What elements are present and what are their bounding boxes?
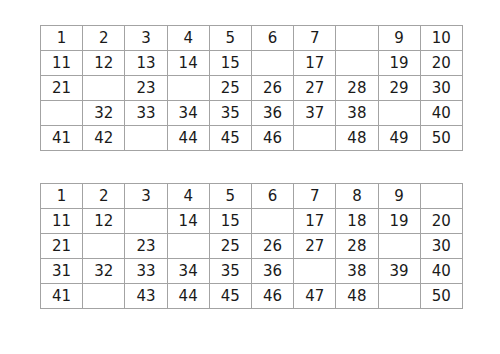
grid2-cell-r3c9[interactable] bbox=[379, 234, 421, 259]
grid1-cell-r5c3[interactable] bbox=[125, 126, 167, 151]
grid1-cell-r1c10: 10 bbox=[421, 26, 463, 51]
grid1-cell-r5c6: 46 bbox=[252, 126, 294, 151]
grid1-cell-r1c2: 2 bbox=[83, 26, 125, 51]
number-grid-1: 1234567910111213141517192021232526272829… bbox=[40, 25, 463, 151]
grid2-cell-r4c7[interactable] bbox=[294, 259, 336, 284]
worksheet-page: 1234567910111213141517192021232526272829… bbox=[0, 0, 500, 354]
grid1-cell-r1c9: 9 bbox=[379, 26, 421, 51]
grid1-cell-r2c10: 20 bbox=[421, 51, 463, 76]
grid2-cell-r2c2: 12 bbox=[83, 209, 125, 234]
grid2-cell-r1c3: 3 bbox=[125, 184, 167, 209]
number-grid-2: 1234567891112141517181920212325262728303… bbox=[40, 183, 463, 309]
grid2-cell-r1c2: 2 bbox=[83, 184, 125, 209]
grid2-cell-r2c8: 18 bbox=[336, 209, 378, 234]
grid2-cell-r5c6: 46 bbox=[252, 284, 294, 309]
grid1-cell-r3c9: 29 bbox=[379, 76, 421, 101]
grid1-cell-r3c2[interactable] bbox=[83, 76, 125, 101]
grid1-cell-r5c5: 45 bbox=[210, 126, 252, 151]
grid2-cell-r2c4: 14 bbox=[168, 209, 210, 234]
grid1-cell-r5c4: 44 bbox=[168, 126, 210, 151]
grid1-cell-r5c9: 49 bbox=[379, 126, 421, 151]
grid1-cell-r4c8: 38 bbox=[336, 101, 378, 126]
grid2-cell-r3c7: 27 bbox=[294, 234, 336, 259]
grid2-cell-r5c4: 44 bbox=[168, 284, 210, 309]
grid2-cell-r3c5: 25 bbox=[210, 234, 252, 259]
grid2-cell-r5c5: 45 bbox=[210, 284, 252, 309]
grid1-cell-r1c6: 6 bbox=[252, 26, 294, 51]
grid2-cell-r3c6: 26 bbox=[252, 234, 294, 259]
grid2-cell-r2c6[interactable] bbox=[252, 209, 294, 234]
grid1-cell-r3c8: 28 bbox=[336, 76, 378, 101]
grid2-cell-r5c10: 50 bbox=[421, 284, 463, 309]
grid1-cell-r2c6[interactable] bbox=[252, 51, 294, 76]
grid2-cell-r1c8: 8 bbox=[336, 184, 378, 209]
grid1-cell-r2c1: 11 bbox=[41, 51, 83, 76]
grid2-cell-r1c4: 4 bbox=[168, 184, 210, 209]
grid2-cell-r1c9: 9 bbox=[379, 184, 421, 209]
grid1-cell-r5c1: 41 bbox=[41, 126, 83, 151]
grid2-cell-r4c5: 35 bbox=[210, 259, 252, 284]
grid2-cell-r1c1: 1 bbox=[41, 184, 83, 209]
grid2-cell-r3c10: 30 bbox=[421, 234, 463, 259]
grid1-cell-r2c4: 14 bbox=[168, 51, 210, 76]
grid1-cell-r2c8[interactable] bbox=[336, 51, 378, 76]
grid1-cell-r1c4: 4 bbox=[168, 26, 210, 51]
grid1-cell-r5c10: 50 bbox=[421, 126, 463, 151]
grid1-cell-r4c4: 34 bbox=[168, 101, 210, 126]
grid2-cell-r2c3[interactable] bbox=[125, 209, 167, 234]
grid2-cell-r4c4: 34 bbox=[168, 259, 210, 284]
grid1-cell-r4c3: 33 bbox=[125, 101, 167, 126]
grid1-cell-r3c10: 30 bbox=[421, 76, 463, 101]
grid1-cell-r4c1[interactable] bbox=[41, 101, 83, 126]
grid1-cell-r1c5: 5 bbox=[210, 26, 252, 51]
grid1-cell-r2c9: 19 bbox=[379, 51, 421, 76]
grid2-cell-r4c9: 39 bbox=[379, 259, 421, 284]
grid2-cell-r4c3: 33 bbox=[125, 259, 167, 284]
grid2-cell-r5c9[interactable] bbox=[379, 284, 421, 309]
grid1-cell-r4c5: 35 bbox=[210, 101, 252, 126]
grid1-cell-r3c7: 27 bbox=[294, 76, 336, 101]
grid2-cell-r2c5: 15 bbox=[210, 209, 252, 234]
grid1-cell-r4c9[interactable] bbox=[379, 101, 421, 126]
grid1-cell-r1c1: 1 bbox=[41, 26, 83, 51]
grid1-cell-r1c7: 7 bbox=[294, 26, 336, 51]
grid1-cell-r2c7: 17 bbox=[294, 51, 336, 76]
grid1-cell-r3c5: 25 bbox=[210, 76, 252, 101]
grid2-cell-r1c6: 6 bbox=[252, 184, 294, 209]
grid2-cell-r2c10: 20 bbox=[421, 209, 463, 234]
grid1-cell-r3c3: 23 bbox=[125, 76, 167, 101]
grid1-cell-r5c8: 48 bbox=[336, 126, 378, 151]
grid2-cell-r4c6: 36 bbox=[252, 259, 294, 284]
grid2-cell-r3c2[interactable] bbox=[83, 234, 125, 259]
grid1-cell-r2c2: 12 bbox=[83, 51, 125, 76]
grid2-cell-r4c1: 31 bbox=[41, 259, 83, 284]
grid2-cell-r1c7: 7 bbox=[294, 184, 336, 209]
grid2-cell-r5c3: 43 bbox=[125, 284, 167, 309]
grid1-cell-r1c3: 3 bbox=[125, 26, 167, 51]
grid2-cell-r3c3: 23 bbox=[125, 234, 167, 259]
grid2-cell-r3c1: 21 bbox=[41, 234, 83, 259]
grid1-cell-r4c10: 40 bbox=[421, 101, 463, 126]
grid1-cell-r2c5: 15 bbox=[210, 51, 252, 76]
grid1-cell-r4c7: 37 bbox=[294, 101, 336, 126]
grid1-cell-r3c4[interactable] bbox=[168, 76, 210, 101]
grid1-cell-r4c6: 36 bbox=[252, 101, 294, 126]
grid2-cell-r5c7: 47 bbox=[294, 284, 336, 309]
grid2-cell-r4c2: 32 bbox=[83, 259, 125, 284]
grid1-cell-r4c2: 32 bbox=[83, 101, 125, 126]
grid2-cell-r3c4[interactable] bbox=[168, 234, 210, 259]
grid2-cell-r4c10: 40 bbox=[421, 259, 463, 284]
grid1-cell-r2c3: 13 bbox=[125, 51, 167, 76]
grid1-cell-r1c8[interactable] bbox=[336, 26, 378, 51]
grid1-cell-r3c6: 26 bbox=[252, 76, 294, 101]
grid2-cell-r2c1: 11 bbox=[41, 209, 83, 234]
grid2-cell-r3c8: 28 bbox=[336, 234, 378, 259]
grid2-cell-r2c9: 19 bbox=[379, 209, 421, 234]
grid2-cell-r5c8: 48 bbox=[336, 284, 378, 309]
grid2-cell-r5c1: 41 bbox=[41, 284, 83, 309]
grid2-cell-r1c5: 5 bbox=[210, 184, 252, 209]
grid1-cell-r5c2: 42 bbox=[83, 126, 125, 151]
grid2-cell-r5c2[interactable] bbox=[83, 284, 125, 309]
grid2-cell-r2c7: 17 bbox=[294, 209, 336, 234]
grid2-cell-r4c8: 38 bbox=[336, 259, 378, 284]
grid1-cell-r3c1: 21 bbox=[41, 76, 83, 101]
grid2-cell-r1c10[interactable] bbox=[421, 184, 463, 209]
grid1-cell-r5c7[interactable] bbox=[294, 126, 336, 151]
